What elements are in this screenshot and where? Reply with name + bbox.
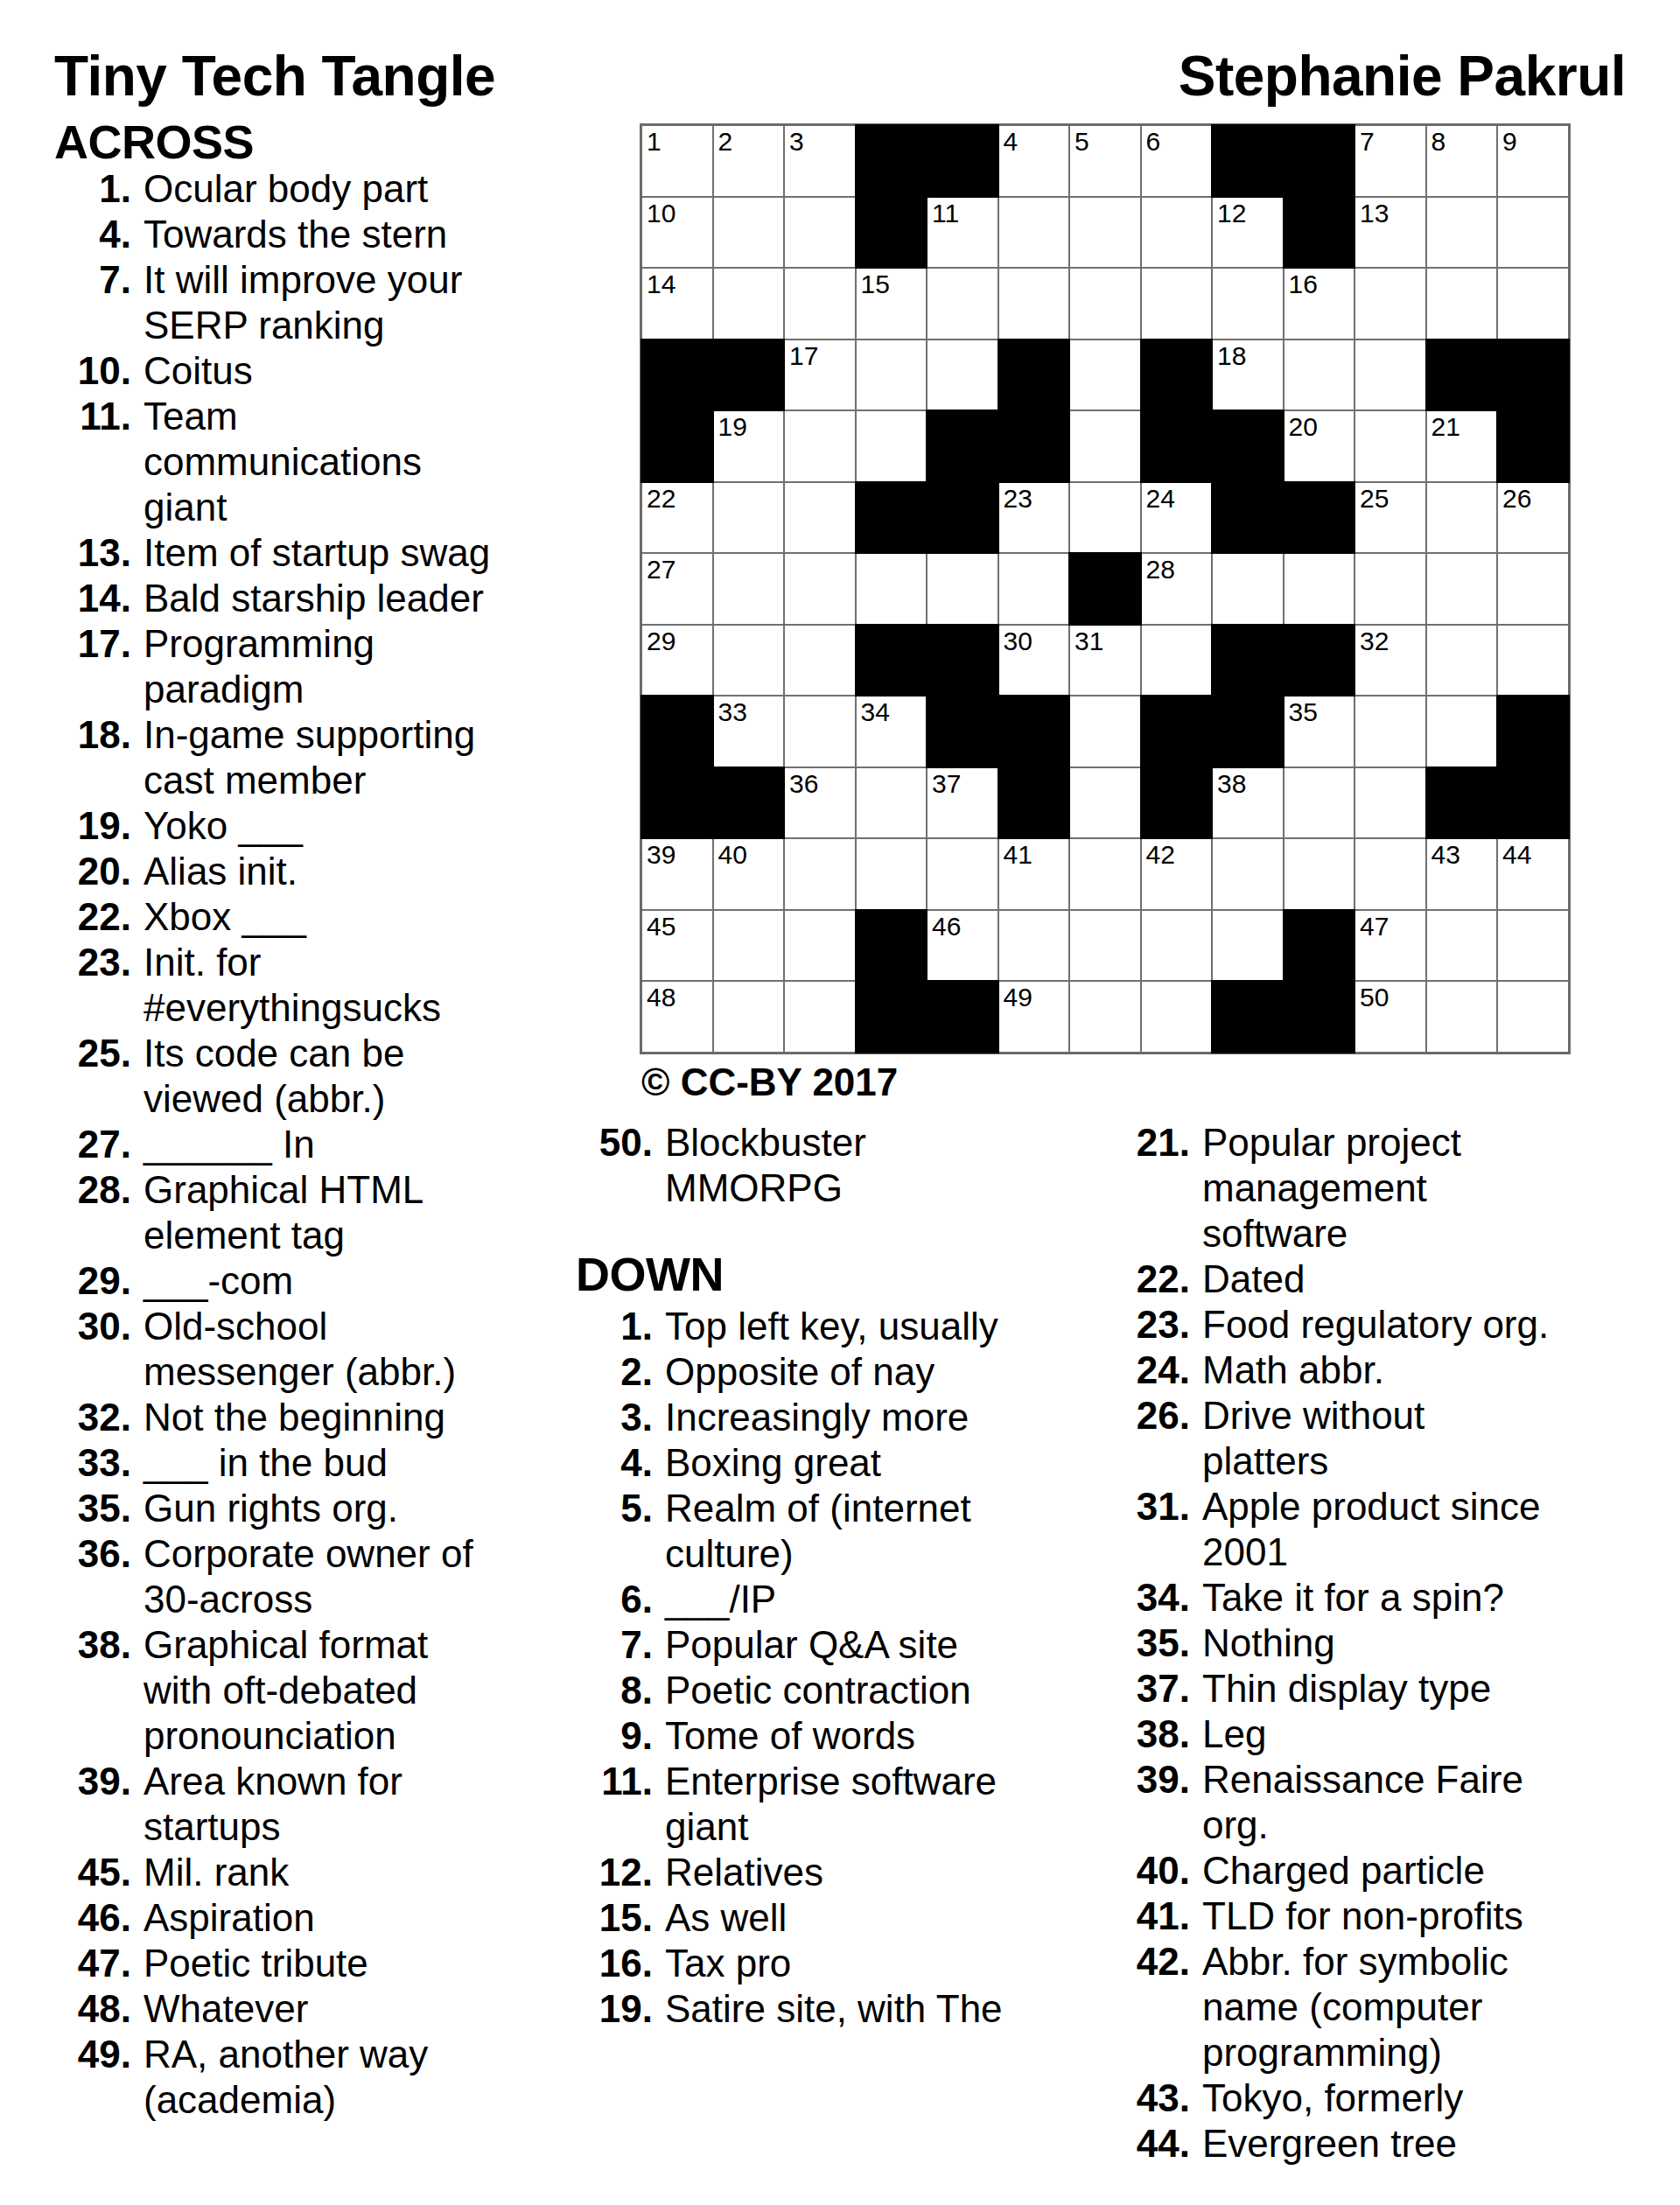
- grid-cell-r7c8[interactable]: 28: [1142, 554, 1212, 624]
- grid-cell-r3c9[interactable]: [1213, 269, 1283, 339]
- clue-number: 27.: [54, 1122, 131, 1167]
- grid-cell-r12c11[interactable]: 47: [1355, 911, 1425, 981]
- clue-text: Xbox ___: [143, 894, 500, 940]
- grid-cell-r11c3[interactable]: [785, 839, 855, 909]
- grid-cell-r10c2: [714, 768, 784, 838]
- grid-cell-r10c10[interactable]: [1284, 768, 1354, 838]
- grid-cell-r5c13: [1498, 411, 1568, 481]
- grid-cell-r4c7[interactable]: [1070, 340, 1140, 410]
- clue-text: As well: [665, 1895, 1041, 1941]
- grid-cell-r5c11[interactable]: [1355, 411, 1425, 481]
- grid-cell-r1c4: [857, 126, 927, 196]
- cell-number: 21: [1431, 412, 1460, 441]
- clue-text: Team communications giant: [143, 394, 500, 530]
- grid-cell-r3c1[interactable]: 14: [642, 269, 712, 339]
- clue-text: In-game supporting cast member: [143, 712, 500, 803]
- cell-number: 1: [647, 127, 661, 156]
- grid-cell-r8c2[interactable]: [714, 626, 784, 696]
- down-header: DOWN: [576, 1249, 1053, 1298]
- clue-text: Graphical HTML element tag: [143, 1167, 500, 1258]
- grid-cell-r12c13[interactable]: [1498, 911, 1568, 981]
- cell-number: 14: [647, 269, 675, 298]
- grid-cell-r12c2[interactable]: [714, 911, 784, 981]
- down-clue-44: 44.Evergreen tree: [1113, 2121, 1568, 2166]
- cell-number: 33: [718, 697, 747, 726]
- clue-text: Popular Q&A site: [665, 1622, 1041, 1668]
- grid-cell-r11c7[interactable]: [1070, 839, 1140, 909]
- across-clue-22: 22.Xbox ___: [54, 894, 509, 940]
- grid-cell-r13c11[interactable]: 50: [1355, 982, 1425, 1052]
- grid-cell-r13c1[interactable]: 48: [642, 982, 712, 1052]
- down-clue-1: 1.Top left key, usually: [576, 1304, 1053, 1349]
- grid-cell-r7c3[interactable]: [785, 554, 855, 624]
- cell-number: 32: [1360, 626, 1389, 655]
- grid-cell-r11c2[interactable]: 40: [714, 839, 784, 909]
- grid-cell-r13c12[interactable]: [1427, 982, 1497, 1052]
- grid-cell-r13c13[interactable]: [1498, 982, 1568, 1052]
- clue-text: Not the beginning: [143, 1395, 500, 1440]
- grid-cell-r6c5: [927, 483, 997, 553]
- down-clue-19: 19.Satire site, with The: [576, 1986, 1053, 2032]
- grid-cell-r4c11[interactable]: [1355, 340, 1425, 410]
- clue-text: Poetic tribute: [143, 1941, 500, 1986]
- clue-number: 49.: [54, 2032, 131, 2123]
- across-clue-48: 48.Whatever: [54, 1986, 509, 2032]
- across-header: ACROSS: [54, 117, 509, 166]
- grid-cell-r10c6: [999, 768, 1069, 838]
- down-clue-39: 39.Renaissance Faire org.: [1113, 1757, 1568, 1848]
- across-clue-25: 25.Its code can be viewed (abbr.): [54, 1031, 509, 1122]
- cell-number: 40: [718, 840, 747, 869]
- clue-number: 46.: [54, 1895, 131, 1941]
- grid-cell-r2c9[interactable]: 12: [1213, 198, 1283, 268]
- grid-cell-r1c8[interactable]: 6: [1142, 126, 1212, 196]
- clue-number: 35.: [1113, 1620, 1190, 1666]
- grid-cell-r11c12[interactable]: 43: [1427, 839, 1497, 909]
- grid-cell-r11c13[interactable]: 44: [1498, 839, 1568, 909]
- clue-number: 5.: [576, 1486, 653, 1577]
- grid-cell-r8c10: [1284, 626, 1354, 696]
- cell-number: 19: [718, 412, 747, 441]
- clue-number: 23.: [54, 940, 131, 1031]
- grid-cell-r6c6[interactable]: 23: [999, 483, 1069, 553]
- grid-cell-r9c9: [1213, 696, 1283, 766]
- grid-cell-r12c7[interactable]: [1070, 911, 1140, 981]
- clue-number: 38.: [1113, 1711, 1190, 1757]
- grid-cell-r8c7[interactable]: 31: [1070, 626, 1140, 696]
- grid-cell-r13c7[interactable]: [1070, 982, 1140, 1052]
- grid-cell-r13c6[interactable]: 49: [999, 982, 1069, 1052]
- grid-cell-r4c4[interactable]: [857, 340, 927, 410]
- grid-cell-r2c8[interactable]: [1142, 198, 1212, 268]
- grid-cell-r9c3[interactable]: [785, 696, 855, 766]
- grid-cell-r12c3[interactable]: [785, 911, 855, 981]
- grid-cell-r8c9: [1213, 626, 1283, 696]
- grid-cell-r9c11[interactable]: [1355, 696, 1425, 766]
- grid-cell-r2c1[interactable]: 10: [642, 198, 712, 268]
- grid-cell-r2c10: [1284, 198, 1354, 268]
- grid-cell-r4c5[interactable]: [927, 340, 997, 410]
- grid-cell-r7c13[interactable]: [1498, 554, 1568, 624]
- grid-cell-r10c13: [1498, 768, 1568, 838]
- clue-number: 16.: [576, 1941, 653, 1986]
- cell-number: 7: [1360, 127, 1375, 156]
- grid-cell-r6c3[interactable]: [785, 483, 855, 553]
- cell-number: 50: [1360, 983, 1389, 1011]
- grid-cell-r3c4[interactable]: 15: [857, 269, 927, 339]
- clue-text: Poetic contraction: [665, 1668, 1041, 1713]
- clue-number: 36.: [54, 1531, 131, 1622]
- across-clue-17: 17.Programming paradigm: [54, 621, 509, 712]
- cell-number: 2: [718, 127, 733, 156]
- across-clue-35: 35.Gun rights org.: [54, 1486, 509, 1531]
- clue-text: Popular project management software: [1202, 1120, 1557, 1256]
- down-clue-34: 34.Take it for a spin?: [1113, 1575, 1568, 1620]
- clue-text: Tokyo, formerly: [1202, 2075, 1557, 2121]
- cell-number: 41: [1004, 840, 1032, 869]
- grid-cell-r4c2: [714, 340, 784, 410]
- grid-cell-r13c3[interactable]: [785, 982, 855, 1052]
- clue-number: 42.: [1113, 1939, 1190, 2075]
- grid-cell-r1c1[interactable]: 1: [642, 126, 712, 196]
- clue-number: 37.: [1113, 1666, 1190, 1711]
- down-clue-7: 7.Popular Q&A site: [576, 1622, 1053, 1668]
- clue-number: 2.: [576, 1349, 653, 1395]
- cell-number: 37: [932, 769, 961, 798]
- grid-cell-r5c7[interactable]: [1070, 411, 1140, 481]
- grid-cell-r2c6[interactable]: [999, 198, 1069, 268]
- grid-cell-r5c1: [642, 411, 712, 481]
- grid-cell-r1c7[interactable]: 5: [1070, 126, 1140, 196]
- grid-cell-r2c13[interactable]: [1498, 198, 1568, 268]
- cell-number: 38: [1217, 769, 1246, 798]
- across-clue-18: 18.In-game supporting cast member: [54, 712, 509, 803]
- down-clue-21: 21.Popular project management software: [1113, 1120, 1568, 1256]
- right-clues-column: 21.Popular project management software22…: [1113, 1120, 1568, 2166]
- down-clue-list: 1.Top left key, usually2.Opposite of nay…: [576, 1304, 1053, 2032]
- grid-cell-r1c13[interactable]: 9: [1498, 126, 1568, 196]
- down-clue-22: 22.Dated: [1113, 1256, 1568, 1302]
- clue-number: 7.: [54, 257, 131, 348]
- grid-cell-r8c8[interactable]: [1142, 626, 1212, 696]
- clue-text: Top left key, usually: [665, 1304, 1041, 1349]
- clue-text: Thin display type: [1202, 1666, 1557, 1711]
- grid-cell-r12c5[interactable]: 46: [927, 911, 997, 981]
- grid-cell-r6c8[interactable]: 24: [1142, 483, 1212, 553]
- grid-cell-r10c4[interactable]: [857, 768, 927, 838]
- grid-cell-r7c9[interactable]: [1213, 554, 1283, 624]
- grid-cell-r11c5[interactable]: [927, 839, 997, 909]
- clue-text: Take it for a spin?: [1202, 1575, 1557, 1620]
- grid-cell-r1c3[interactable]: 3: [785, 126, 855, 196]
- grid-cell-r11c8[interactable]: 42: [1142, 839, 1212, 909]
- clue-number: 15.: [576, 1895, 653, 1941]
- grid-cell-r11c1[interactable]: 39: [642, 839, 712, 909]
- clue-number: 11.: [54, 394, 131, 530]
- grid-cell-r9c6: [999, 696, 1069, 766]
- cell-number: 20: [1289, 412, 1318, 441]
- cell-number: 35: [1289, 697, 1318, 726]
- grid-cell-r12c4: [857, 911, 927, 981]
- clue-number: 47.: [54, 1941, 131, 1986]
- clue-number: 13.: [54, 530, 131, 576]
- grid-cell-r1c12[interactable]: 8: [1427, 126, 1497, 196]
- across-clue-29: 29.___-com: [54, 1258, 509, 1304]
- masthead: Tiny Tech Tangle Stephanie Pakrul: [54, 44, 1626, 108]
- cell-number: 25: [1360, 484, 1389, 513]
- grid-cell-r3c8[interactable]: [1142, 269, 1212, 339]
- grid-cell-r7c5[interactable]: [927, 554, 997, 624]
- cell-number: 39: [647, 840, 675, 869]
- grid-cell-r11c6[interactable]: 41: [999, 839, 1069, 909]
- clue-text: Corporate owner of 30-across: [143, 1531, 500, 1622]
- grid-cell-r5c3[interactable]: [785, 411, 855, 481]
- cell-number: 23: [1004, 484, 1032, 513]
- grid-cell-r2c4: [857, 198, 927, 268]
- grid-cell-r5c12[interactable]: 21: [1427, 411, 1497, 481]
- clue-text: Enterprise software giant: [665, 1759, 1041, 1850]
- across-clue-38: 38.Graphical format with oft-debated pro…: [54, 1622, 509, 1759]
- clue-number: 6.: [576, 1577, 653, 1622]
- down-clue-list-continued: 21.Popular project management software22…: [1113, 1120, 1568, 2166]
- clue-number: 25.: [54, 1031, 131, 1122]
- grid-cell-r10c9[interactable]: 38: [1213, 768, 1283, 838]
- clue-text: Ocular body part: [143, 166, 500, 212]
- clue-number: 26.: [1113, 1393, 1190, 1484]
- cell-number: 24: [1146, 484, 1175, 513]
- grid-cell-r5c6: [999, 411, 1069, 481]
- grid-cell-r3c2[interactable]: [714, 269, 784, 339]
- grid-cell-r8c13[interactable]: [1498, 626, 1568, 696]
- grid-cell-r3c10[interactable]: 16: [1284, 269, 1354, 339]
- grid-cell-r4c8: [1142, 340, 1212, 410]
- clue-text: Charged particle: [1202, 1848, 1557, 1893]
- clue-text: Abbr. for symbolic name (computer progra…: [1202, 1939, 1557, 2075]
- clue-number: 7.: [576, 1622, 653, 1668]
- down-clue-3: 3.Increasingly more: [576, 1395, 1053, 1440]
- grid-cell-r13c9: [1213, 982, 1283, 1052]
- across-clue-11: 11.Team communications giant: [54, 394, 509, 530]
- clue-text: Tome of words: [665, 1713, 1041, 1759]
- down-clue-6: 6.___/IP: [576, 1577, 1053, 1622]
- grid-cell-r9c7[interactable]: [1070, 696, 1140, 766]
- grid-cell-r4c3[interactable]: 17: [785, 340, 855, 410]
- grid-cell-r6c13[interactable]: 26: [1498, 483, 1568, 553]
- grid-cell-r12c1[interactable]: 45: [642, 911, 712, 981]
- grid-cell-r12c8[interactable]: [1142, 911, 1212, 981]
- clue-number: 9.: [576, 1713, 653, 1759]
- cell-number: 11: [932, 199, 959, 227]
- clue-text: Its code can be viewed (abbr.): [143, 1031, 500, 1122]
- cell-number: 15: [861, 269, 890, 298]
- grid-cell-r3c13[interactable]: [1498, 269, 1568, 339]
- clue-number: 34.: [1113, 1575, 1190, 1620]
- across-clues-column: ACROSS 1.Ocular body part4.Towards the s…: [54, 117, 509, 2123]
- across-clue-list: 1.Ocular body part4.Towards the stern7.I…: [54, 166, 509, 2123]
- grid-cell-r9c2[interactable]: 33: [714, 696, 784, 766]
- grid-cell-r6c1[interactable]: 22: [642, 483, 712, 553]
- grid-cell-r12c6[interactable]: [999, 911, 1069, 981]
- across-clue-27: 27.______ In: [54, 1122, 509, 1167]
- clue-text: Aspiration: [143, 1895, 500, 1941]
- grid-cell-r5c2[interactable]: 19: [714, 411, 784, 481]
- grid-cell-r13c2[interactable]: [714, 982, 784, 1052]
- cell-number: 8: [1431, 127, 1446, 156]
- grid-cell-r10c5[interactable]: 37: [927, 768, 997, 838]
- clue-text: Evergreen tree: [1202, 2121, 1557, 2166]
- clue-number: 32.: [54, 1395, 131, 1440]
- grid-cell-r8c3[interactable]: [785, 626, 855, 696]
- cell-number: 5: [1074, 127, 1089, 156]
- grid-cell-r2c7[interactable]: [1070, 198, 1140, 268]
- grid-cell-r1c11[interactable]: 7: [1355, 126, 1425, 196]
- clue-text: Leg: [1202, 1711, 1557, 1757]
- grid-cell-r2c2[interactable]: [714, 198, 784, 268]
- cell-number: 43: [1431, 840, 1460, 869]
- grid-cell-r3c3[interactable]: [785, 269, 855, 339]
- clue-number: 48.: [54, 1986, 131, 2032]
- across-clue-19: 19.Yoko ___: [54, 803, 509, 849]
- grid-cell-r4c13: [1498, 340, 1568, 410]
- clue-number: 33.: [54, 1440, 131, 1486]
- grid-cell-r5c5: [927, 411, 997, 481]
- across-clue-45: 45.Mil. rank: [54, 1850, 509, 1895]
- grid-cell-r8c1[interactable]: 29: [642, 626, 712, 696]
- across-clue-30: 30.Old-school messenger (abbr.): [54, 1304, 509, 1395]
- grid-cell-r13c10: [1284, 982, 1354, 1052]
- grid-cell-r1c6[interactable]: 4: [999, 126, 1069, 196]
- clue-number: 39.: [1113, 1757, 1190, 1848]
- grid-cell-r9c13: [1498, 696, 1568, 766]
- grid-cell-r9c5: [927, 696, 997, 766]
- down-clue-42: 42.Abbr. for symbolic name (computer pro…: [1113, 1939, 1568, 2075]
- grid-cell-r7c1[interactable]: 27: [642, 554, 712, 624]
- cell-number: 31: [1074, 626, 1103, 655]
- clue-text: Towards the stern: [143, 212, 500, 257]
- grid-cell-r11c11[interactable]: [1355, 839, 1425, 909]
- clue-number: 21.: [1113, 1120, 1190, 1256]
- cell-number: 6: [1146, 127, 1161, 156]
- grid-cell-r2c12[interactable]: [1427, 198, 1497, 268]
- clue-text: Blockbuster MMORPG: [665, 1120, 1041, 1211]
- across-clue-46: 46.Aspiration: [54, 1895, 509, 1941]
- clue-number: 12.: [576, 1850, 653, 1895]
- down-clue-8: 8.Poetic contraction: [576, 1668, 1053, 1713]
- grid-cell-r11c4[interactable]: [857, 839, 927, 909]
- grid-cell-r9c10[interactable]: 35: [1284, 696, 1354, 766]
- clue-number: 4.: [576, 1440, 653, 1486]
- grid-cell-r5c4[interactable]: [857, 411, 927, 481]
- down-clue-37: 37.Thin display type: [1113, 1666, 1568, 1711]
- middle-clues-column: 50.Blockbuster MMORPG DOWN 1.Top left ke…: [576, 1120, 1053, 2032]
- grid-cell-r7c2[interactable]: [714, 554, 784, 624]
- grid-cell-r3c12[interactable]: [1427, 269, 1497, 339]
- grid-cell-r4c12: [1427, 340, 1497, 410]
- copyright-line: © CC-BY 2017: [641, 1060, 898, 1104]
- grid-cell-r13c5: [927, 982, 997, 1052]
- grid-cell-r1c9: [1213, 126, 1283, 196]
- clue-number: 44.: [1113, 2121, 1190, 2166]
- cell-number: 29: [647, 626, 675, 655]
- across-clue-50: 50.Blockbuster MMORPG: [576, 1120, 1053, 1211]
- grid-cell-r8c12[interactable]: [1427, 626, 1497, 696]
- grid-cell-r10c11[interactable]: [1355, 768, 1425, 838]
- down-clue-31: 31.Apple product since 2001: [1113, 1484, 1568, 1575]
- clue-text: Increasingly more: [665, 1395, 1041, 1440]
- across-clue-14: 14.Bald starship leader: [54, 576, 509, 621]
- grid-cell-r9c12[interactable]: [1427, 696, 1497, 766]
- crossword-grid[interactable]: 1234567891011121314151617181920212223242…: [640, 123, 1571, 1054]
- grid-cell-r6c2[interactable]: [714, 483, 784, 553]
- clue-number: 18.: [54, 712, 131, 803]
- down-clue-38: 38.Leg: [1113, 1711, 1568, 1757]
- cell-number: 18: [1217, 341, 1246, 370]
- clue-number: 20.: [54, 849, 131, 894]
- grid-cell-r1c2[interactable]: 2: [714, 126, 784, 196]
- across-clue-23: 23.Init. for #everythingsucks: [54, 940, 509, 1031]
- cell-number: 46: [932, 912, 961, 941]
- grid-cell-r4c9[interactable]: 18: [1213, 340, 1283, 410]
- grid-cell-r3c7[interactable]: [1070, 269, 1140, 339]
- grid-cell-r12c12[interactable]: [1427, 911, 1497, 981]
- grid-cell-r2c11[interactable]: 13: [1355, 198, 1425, 268]
- grid-cell-r7c11[interactable]: [1355, 554, 1425, 624]
- grid-cell-r8c11[interactable]: 32: [1355, 626, 1425, 696]
- grid-cell-r9c4[interactable]: 34: [857, 696, 927, 766]
- clue-text: Relatives: [665, 1850, 1041, 1895]
- grid-cell-r3c11[interactable]: [1355, 269, 1425, 339]
- clue-text: Gun rights org.: [143, 1486, 500, 1531]
- puzzle-author: Stephanie Pakrul: [1179, 44, 1626, 108]
- across-clue-32: 32.Not the beginning: [54, 1395, 509, 1440]
- grid-cell-r7c6[interactable]: [999, 554, 1069, 624]
- clue-number: 39.: [54, 1759, 131, 1850]
- clue-number: 24.: [1113, 1347, 1190, 1393]
- down-clue-15: 15.As well: [576, 1895, 1053, 1941]
- grid-cell-r2c3[interactable]: [785, 198, 855, 268]
- grid-cell-r6c11[interactable]: 25: [1355, 483, 1425, 553]
- grid-cell-r9c1: [642, 696, 712, 766]
- clue-number: 1.: [576, 1304, 653, 1349]
- grid-cell-r2c5[interactable]: 11: [927, 198, 997, 268]
- grid-cell-r7c4[interactable]: [857, 554, 927, 624]
- cell-number: 4: [1004, 127, 1018, 156]
- cell-number: 26: [1502, 484, 1531, 513]
- grid-cell-r11c10[interactable]: [1284, 839, 1354, 909]
- grid-cell-r10c7[interactable]: [1070, 768, 1140, 838]
- grid-cell-r5c10[interactable]: 20: [1284, 411, 1354, 481]
- clue-text: Item of startup swag: [143, 530, 500, 576]
- cell-number: 42: [1146, 840, 1175, 869]
- grid-cell-r13c8[interactable]: [1142, 982, 1212, 1052]
- grid-cell-r13c4: [857, 982, 927, 1052]
- grid-cell-r8c6[interactable]: 30: [999, 626, 1069, 696]
- grid-cell-r6c10: [1284, 483, 1354, 553]
- grid-cell-r6c12[interactable]: [1427, 483, 1497, 553]
- grid-cell-r10c3[interactable]: 36: [785, 768, 855, 838]
- grid-cell-r7c12[interactable]: [1427, 554, 1497, 624]
- grid-cell-r3c6[interactable]: [999, 269, 1069, 339]
- grid-cell-r6c7[interactable]: [1070, 483, 1140, 553]
- grid-cell-r12c9[interactable]: [1213, 911, 1283, 981]
- grid-cell-r11c9[interactable]: [1213, 839, 1283, 909]
- grid-cell-r3c5[interactable]: [927, 269, 997, 339]
- grid-cell-r4c10[interactable]: [1284, 340, 1354, 410]
- across-clue-10: 10.Coitus: [54, 348, 509, 394]
- grid-cell-r7c10[interactable]: [1284, 554, 1354, 624]
- clue-text: TLD for non-profits: [1202, 1893, 1557, 1939]
- clue-text: Alias init.: [143, 849, 500, 894]
